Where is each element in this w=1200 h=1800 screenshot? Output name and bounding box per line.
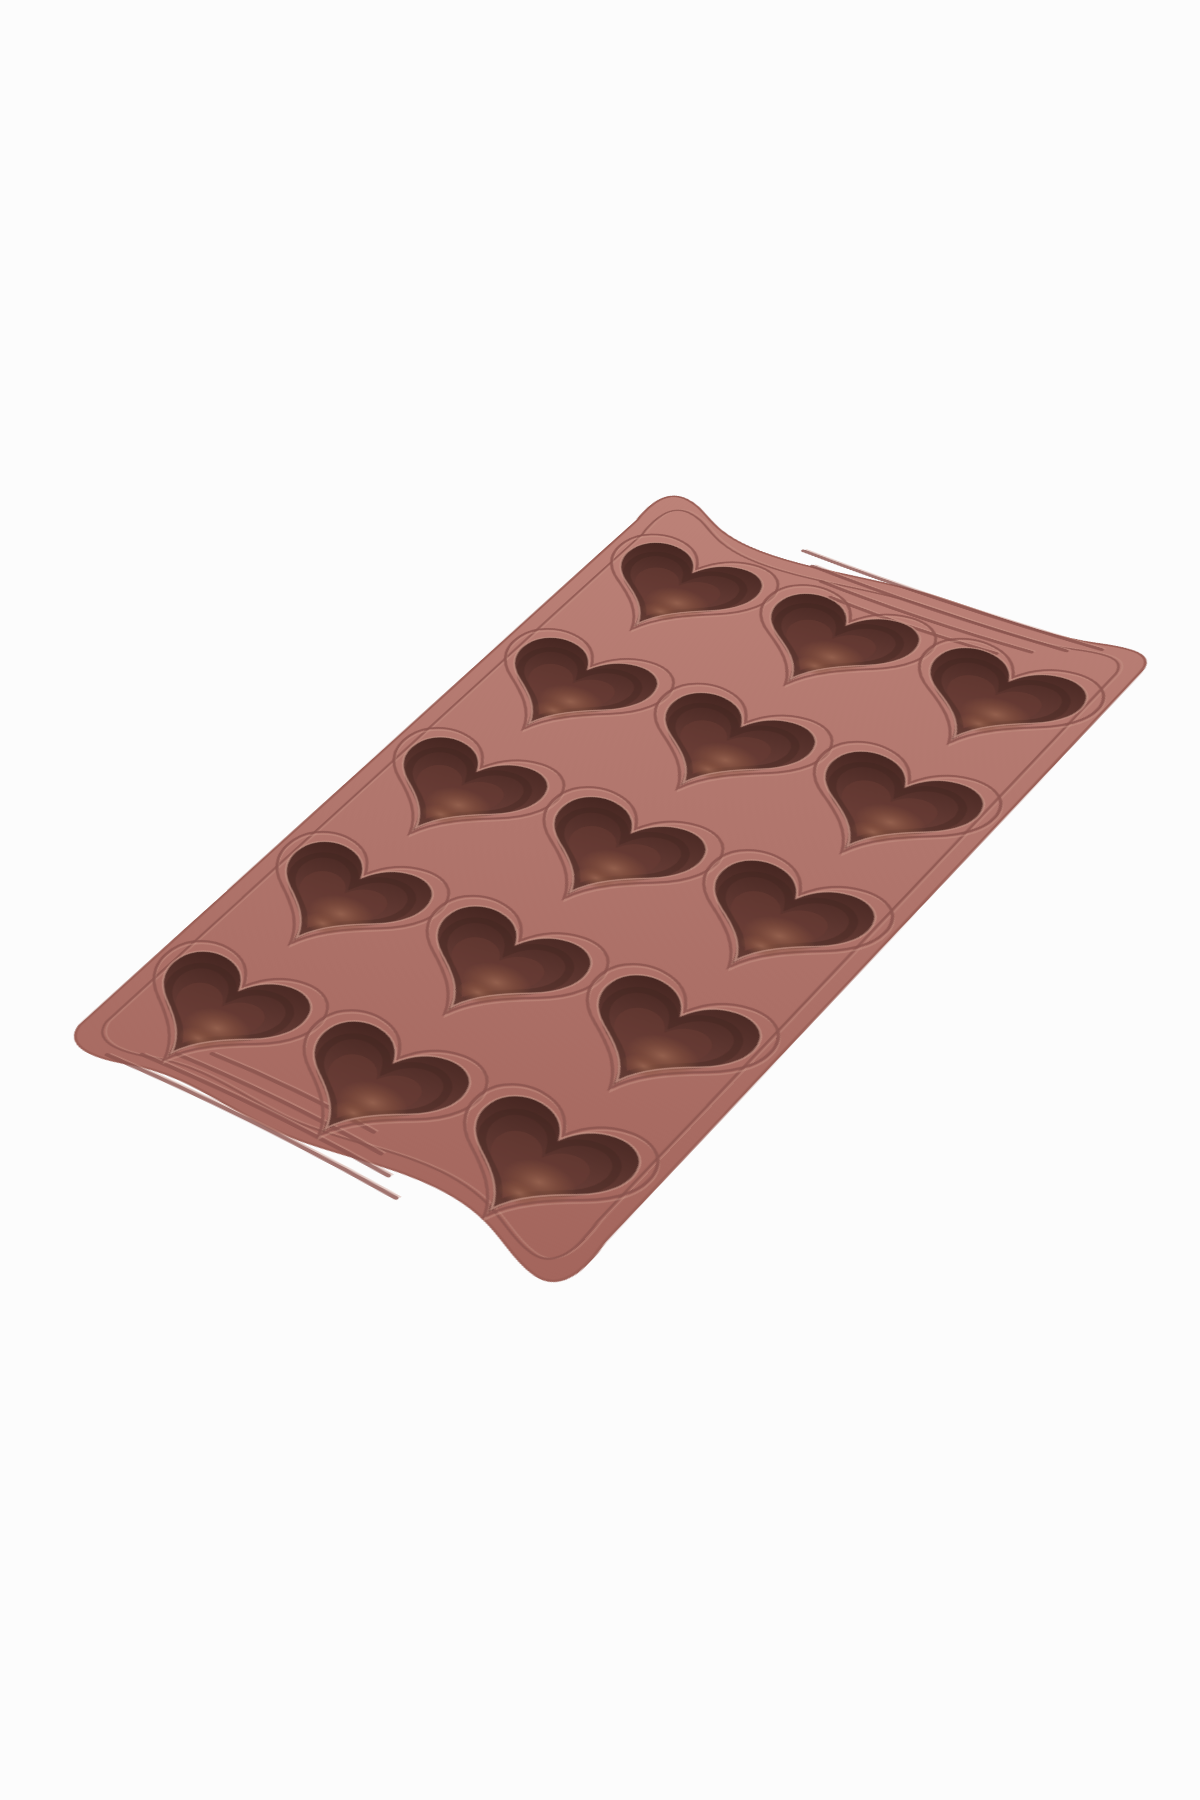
- mold-svg: [52, 494, 1162, 1295]
- mold-perspective-plane: [52, 494, 1162, 1295]
- product-photo: [0, 0, 1200, 1800]
